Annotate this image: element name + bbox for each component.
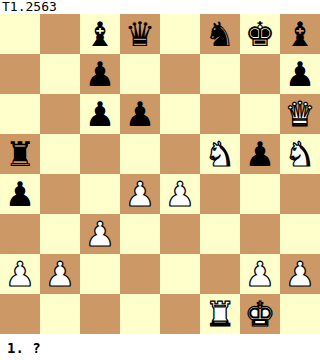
square-b8[interactable] [40,14,80,54]
square-e4[interactable]: ♟ [160,174,200,214]
square-d1[interactable] [120,294,160,334]
white-pawn[interactable]: ♟ [160,174,200,214]
square-b4[interactable] [40,174,80,214]
square-a7[interactable] [0,54,40,94]
white-pawn[interactable]: ♟ [0,254,40,294]
black-king[interactable]: ♚ [240,14,280,54]
square-e2[interactable] [160,254,200,294]
square-g1[interactable]: ♚ [240,294,280,334]
square-d6[interactable]: ♟ [120,94,160,134]
white-pawn[interactable]: ♟ [120,174,160,214]
square-d4[interactable]: ♟ [120,174,160,214]
square-c4[interactable] [80,174,120,214]
square-g8[interactable]: ♚ [240,14,280,54]
square-b7[interactable] [40,54,80,94]
square-a1[interactable] [0,294,40,334]
square-e6[interactable] [160,94,200,134]
square-e7[interactable] [160,54,200,94]
black-bishop[interactable]: ♝ [80,14,120,54]
square-c7[interactable]: ♟ [80,54,120,94]
square-h4[interactable] [280,174,320,214]
white-pawn[interactable]: ♟ [40,254,80,294]
square-f2[interactable] [200,254,240,294]
square-b1[interactable] [40,294,80,334]
move-prompt: 1. ? [0,334,320,356]
square-g6[interactable] [240,94,280,134]
black-knight[interactable]: ♞ [200,14,240,54]
square-b6[interactable] [40,94,80,134]
square-b2[interactable]: ♟ [40,254,80,294]
square-g3[interactable] [240,214,280,254]
puzzle-title: T1.2563 [0,0,320,14]
square-d5[interactable] [120,134,160,174]
square-f8[interactable]: ♞ [200,14,240,54]
square-h1[interactable] [280,294,320,334]
square-e3[interactable] [160,214,200,254]
square-f4[interactable] [200,174,240,214]
square-c3[interactable]: ♟ [80,214,120,254]
square-h8[interactable]: ♝ [280,14,320,54]
square-c6[interactable]: ♟ [80,94,120,134]
square-d2[interactable] [120,254,160,294]
square-b5[interactable] [40,134,80,174]
black-bishop[interactable]: ♝ [280,14,320,54]
square-h2[interactable]: ♟ [280,254,320,294]
square-c5[interactable] [80,134,120,174]
black-pawn[interactable]: ♟ [80,54,120,94]
black-queen[interactable]: ♛ [120,14,160,54]
black-pawn[interactable]: ♟ [0,174,40,214]
square-f3[interactable] [200,214,240,254]
square-h6[interactable]: ♛ [280,94,320,134]
square-f7[interactable] [200,54,240,94]
square-h5[interactable]: ♞ [280,134,320,174]
square-a2[interactable]: ♟ [0,254,40,294]
white-queen[interactable]: ♛ [280,94,320,134]
black-pawn[interactable]: ♟ [240,134,280,174]
black-pawn[interactable]: ♟ [280,54,320,94]
square-b3[interactable] [40,214,80,254]
black-pawn[interactable]: ♟ [120,94,160,134]
chess-board: ♝♛♞♚♝♟♟♟♟♛♜♞♟♞♟♟♟♟♟♟♟♟♜♚ [0,14,320,334]
square-e8[interactable] [160,14,200,54]
white-pawn[interactable]: ♟ [280,254,320,294]
square-e1[interactable] [160,294,200,334]
square-a6[interactable] [0,94,40,134]
square-e5[interactable] [160,134,200,174]
white-pawn[interactable]: ♟ [240,254,280,294]
square-f1[interactable]: ♜ [200,294,240,334]
square-g7[interactable] [240,54,280,94]
square-g2[interactable]: ♟ [240,254,280,294]
square-d3[interactable] [120,214,160,254]
white-king[interactable]: ♚ [240,294,280,334]
white-knight[interactable]: ♞ [280,134,320,174]
square-g5[interactable]: ♟ [240,134,280,174]
square-d7[interactable] [120,54,160,94]
square-g4[interactable] [240,174,280,214]
black-pawn[interactable]: ♟ [80,94,120,134]
black-rook[interactable]: ♜ [0,134,40,174]
white-rook[interactable]: ♜ [200,294,240,334]
square-a4[interactable]: ♟ [0,174,40,214]
square-a5[interactable]: ♜ [0,134,40,174]
square-h7[interactable]: ♟ [280,54,320,94]
white-pawn[interactable]: ♟ [80,214,120,254]
square-h3[interactable] [280,214,320,254]
square-f6[interactable] [200,94,240,134]
square-d8[interactable]: ♛ [120,14,160,54]
square-a3[interactable] [0,214,40,254]
square-a8[interactable] [0,14,40,54]
white-knight[interactable]: ♞ [200,134,240,174]
square-c1[interactable] [80,294,120,334]
square-c2[interactable] [80,254,120,294]
square-c8[interactable]: ♝ [80,14,120,54]
square-f5[interactable]: ♞ [200,134,240,174]
